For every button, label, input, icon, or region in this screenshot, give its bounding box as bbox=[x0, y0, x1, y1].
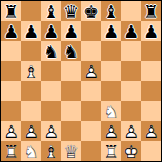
piece-glyph: ♜ bbox=[141, 1, 161, 21]
piece-glyph: ♟ bbox=[61, 21, 81, 41]
black-pawn-piece: ♟ bbox=[121, 21, 141, 41]
piece-outline-glyph: ♗ bbox=[41, 141, 61, 161]
square-g5[interactable] bbox=[121, 61, 141, 81]
black-king-piece: ♚ bbox=[81, 1, 101, 21]
square-h7[interactable]: ♟ bbox=[141, 21, 161, 41]
white-knight-piece: ♞♘ bbox=[21, 141, 41, 161]
square-e7[interactable] bbox=[81, 21, 101, 41]
square-c1[interactable]: ♝♗ bbox=[41, 141, 61, 161]
square-g3[interactable] bbox=[121, 101, 141, 121]
square-d2[interactable] bbox=[61, 121, 81, 141]
white-pawn-piece: ♟♙ bbox=[1, 121, 21, 141]
white-pawn-piece: ♟♙ bbox=[121, 121, 141, 141]
piece-outline-glyph: ♙ bbox=[21, 121, 41, 141]
white-rook-piece: ♜♖ bbox=[1, 141, 21, 161]
square-d5[interactable] bbox=[61, 61, 81, 81]
black-pawn-piece: ♟ bbox=[101, 21, 121, 41]
square-f4[interactable] bbox=[101, 81, 121, 101]
square-e8[interactable]: ♚ bbox=[81, 1, 101, 21]
piece-outline-glyph: ♘ bbox=[101, 101, 121, 121]
square-c5[interactable] bbox=[41, 61, 61, 81]
square-a7[interactable]: ♟ bbox=[1, 21, 21, 41]
square-f8[interactable]: ♝ bbox=[101, 1, 121, 21]
square-b3[interactable] bbox=[21, 101, 41, 121]
square-g2[interactable]: ♟♙ bbox=[121, 121, 141, 141]
square-c3[interactable] bbox=[41, 101, 61, 121]
black-pawn-piece: ♟ bbox=[141, 21, 161, 41]
square-b7[interactable]: ♟ bbox=[21, 21, 41, 41]
square-d6[interactable]: ♞ bbox=[61, 41, 81, 61]
square-e4[interactable] bbox=[81, 81, 101, 101]
white-rook-piece: ♜♖ bbox=[101, 141, 121, 161]
square-c4[interactable] bbox=[41, 81, 61, 101]
square-a3[interactable] bbox=[1, 101, 21, 121]
white-pawn-piece: ♟♙ bbox=[101, 121, 121, 141]
black-pawn-piece: ♟ bbox=[61, 21, 81, 41]
square-f3[interactable]: ♞♘ bbox=[101, 101, 121, 121]
square-e1[interactable] bbox=[81, 141, 101, 161]
square-b2[interactable]: ♟♙ bbox=[21, 121, 41, 141]
square-b1[interactable]: ♞♘ bbox=[21, 141, 41, 161]
square-h6[interactable] bbox=[141, 41, 161, 61]
white-bishop-piece: ♝♗ bbox=[21, 61, 41, 81]
square-c2[interactable]: ♟♙ bbox=[41, 121, 61, 141]
black-rook-piece: ♜ bbox=[1, 1, 21, 21]
square-h8[interactable]: ♜ bbox=[141, 1, 161, 21]
piece-glyph: ♛ bbox=[61, 1, 81, 21]
square-e3[interactable] bbox=[81, 101, 101, 121]
square-h3[interactable] bbox=[141, 101, 161, 121]
black-knight-piece: ♞ bbox=[61, 41, 81, 61]
white-bishop-piece: ♝♗ bbox=[41, 141, 61, 161]
piece-glyph: ♝ bbox=[41, 1, 61, 21]
piece-glyph: ♞ bbox=[61, 41, 81, 61]
square-c6[interactable]: ♞ bbox=[41, 41, 61, 61]
square-e5[interactable]: ♟♙ bbox=[81, 61, 101, 81]
piece-outline-glyph: ♙ bbox=[81, 61, 101, 81]
square-f5[interactable] bbox=[101, 61, 121, 81]
white-pawn-piece: ♟♙ bbox=[21, 121, 41, 141]
piece-glyph: ♝ bbox=[101, 1, 121, 21]
piece-glyph: ♟ bbox=[121, 21, 141, 41]
piece-outline-glyph: ♙ bbox=[141, 121, 161, 141]
square-c7[interactable]: ♟ bbox=[41, 21, 61, 41]
square-b8[interactable] bbox=[21, 1, 41, 21]
piece-outline-glyph: ♙ bbox=[41, 121, 61, 141]
square-h5[interactable] bbox=[141, 61, 161, 81]
white-knight-piece: ♞♘ bbox=[101, 101, 121, 121]
piece-glyph: ♟ bbox=[41, 21, 61, 41]
square-h2[interactable]: ♟♙ bbox=[141, 121, 161, 141]
piece-outline-glyph: ♙ bbox=[121, 121, 141, 141]
square-a2[interactable]: ♟♙ bbox=[1, 121, 21, 141]
piece-outline-glyph: ♙ bbox=[101, 121, 121, 141]
square-e2[interactable] bbox=[81, 121, 101, 141]
piece-glyph: ♟ bbox=[141, 21, 161, 41]
square-f2[interactable]: ♟♙ bbox=[101, 121, 121, 141]
piece-outline-glyph: ♖ bbox=[1, 141, 21, 161]
square-c8[interactable]: ♝ bbox=[41, 1, 61, 21]
black-pawn-piece: ♟ bbox=[21, 21, 41, 41]
square-b6[interactable] bbox=[21, 41, 41, 61]
piece-glyph: ♞ bbox=[41, 41, 61, 61]
square-d7[interactable]: ♟ bbox=[61, 21, 81, 41]
square-d8[interactable]: ♛ bbox=[61, 1, 81, 21]
black-pawn-piece: ♟ bbox=[1, 21, 21, 41]
square-g8[interactable] bbox=[121, 1, 141, 21]
chess-board: ♜♝♛♚♝♜♟♟♟♟♟♟♟♞♞♝♗♟♙♞♘♟♙♟♙♟♙♟♙♟♙♟♙♜♖♞♘♝♗♛… bbox=[0, 0, 162, 162]
square-g7[interactable]: ♟ bbox=[121, 21, 141, 41]
square-g6[interactable] bbox=[121, 41, 141, 61]
square-d3[interactable] bbox=[61, 101, 81, 121]
white-pawn-piece: ♟♙ bbox=[141, 121, 161, 141]
piece-outline-glyph: ♔ bbox=[121, 141, 141, 161]
square-a5[interactable] bbox=[1, 61, 21, 81]
piece-outline-glyph: ♘ bbox=[21, 141, 41, 161]
piece-outline-glyph: ♕ bbox=[61, 141, 81, 161]
square-f7[interactable]: ♟ bbox=[101, 21, 121, 41]
square-a6[interactable] bbox=[1, 41, 21, 61]
piece-glyph: ♟ bbox=[1, 21, 21, 41]
black-rook-piece: ♜ bbox=[141, 1, 161, 21]
square-a8[interactable]: ♜ bbox=[1, 1, 21, 21]
black-queen-piece: ♛ bbox=[61, 1, 81, 21]
piece-glyph: ♟ bbox=[101, 21, 121, 41]
square-h4[interactable] bbox=[141, 81, 161, 101]
white-pawn-piece: ♟♙ bbox=[41, 121, 61, 141]
white-pawn-piece: ♟♙ bbox=[81, 61, 101, 81]
square-b5[interactable]: ♝♗ bbox=[21, 61, 41, 81]
square-d4[interactable] bbox=[61, 81, 81, 101]
black-bishop-piece: ♝ bbox=[101, 1, 121, 21]
piece-outline-glyph: ♙ bbox=[1, 121, 21, 141]
white-king-piece: ♚♔ bbox=[121, 141, 141, 161]
piece-glyph: ♚ bbox=[81, 1, 101, 21]
square-g4[interactable] bbox=[121, 81, 141, 101]
square-g1[interactable]: ♚♔ bbox=[121, 141, 141, 161]
square-a4[interactable] bbox=[1, 81, 21, 101]
square-f1[interactable]: ♜♖ bbox=[101, 141, 121, 161]
piece-outline-glyph: ♗ bbox=[21, 61, 41, 81]
piece-outline-glyph: ♖ bbox=[101, 141, 121, 161]
square-f6[interactable] bbox=[101, 41, 121, 61]
square-h1[interactable] bbox=[141, 141, 161, 161]
square-a1[interactable]: ♜♖ bbox=[1, 141, 21, 161]
square-d1[interactable]: ♛♕ bbox=[61, 141, 81, 161]
white-queen-piece: ♛♕ bbox=[61, 141, 81, 161]
black-knight-piece: ♞ bbox=[41, 41, 61, 61]
square-e6[interactable] bbox=[81, 41, 101, 61]
black-pawn-piece: ♟ bbox=[41, 21, 61, 41]
piece-glyph: ♜ bbox=[1, 1, 21, 21]
square-b4[interactable] bbox=[21, 81, 41, 101]
piece-glyph: ♟ bbox=[21, 21, 41, 41]
black-bishop-piece: ♝ bbox=[41, 1, 61, 21]
